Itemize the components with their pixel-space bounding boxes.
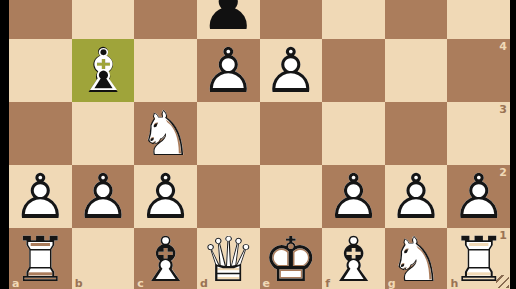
square-d2[interactable] [197,165,260,228]
square-h2[interactable]: ♟♙2 [447,165,510,228]
white-knight[interactable]: ♞♘ [385,228,448,289]
square-b5[interactable] [72,0,135,39]
file-label-g: g [388,278,396,289]
square-c4[interactable] [134,39,197,102]
chess-app-frame: ♟♝♗♟♙♟♙4♞♘3♟♙♟♙♟♙♟♙♟♙♟♙2♜♖ab♝♗c♛♕d♚♔e♝♗f… [0,0,516,289]
square-d3[interactable] [197,102,260,165]
white-pawn[interactable]: ♟♙ [447,165,510,228]
file-label-b: b [75,278,83,289]
square-a3[interactable] [9,102,72,165]
white-rook-glyph: ♜ [9,228,72,289]
white-pawn[interactable]: ♟♙ [72,165,135,228]
white-pawn-outline-glyph: ♙ [9,165,72,228]
file-label-e: e [263,278,270,289]
square-g1[interactable]: ♞♘g [385,228,448,289]
white-pawn-outline-glyph: ♙ [322,165,385,228]
rank-label-1: 1 [499,230,507,241]
square-f1[interactable]: ♝♗f [322,228,385,289]
black-pawn[interactable]: ♟ [197,0,260,39]
white-king-outline-glyph: ♔ [260,228,323,289]
rank-label-3: 3 [499,104,507,115]
white-rook-outline-glyph: ♖ [9,228,72,289]
white-pawn-outline-glyph: ♙ [197,39,260,102]
white-queen-glyph: ♛ [197,228,260,289]
white-bishop-outline-glyph: ♗ [134,228,197,289]
white-pawn-glyph: ♟ [322,165,385,228]
square-a1[interactable]: ♜♖a [9,228,72,289]
black-bishop[interactable]: ♝♗ [72,39,135,102]
square-g2[interactable]: ♟♙ [385,165,448,228]
chess-board: ♟♝♗♟♙♟♙4♞♘3♟♙♟♙♟♙♟♙♟♙♟♙2♜♖ab♝♗c♛♕d♚♔e♝♗f… [9,0,510,289]
square-e1[interactable]: ♚♔e [260,228,323,289]
square-c5[interactable] [134,0,197,39]
square-e3[interactable] [260,102,323,165]
white-queen[interactable]: ♛♕ [197,228,260,289]
white-knight-outline-glyph: ♘ [385,228,448,289]
file-label-c: c [137,278,144,289]
white-king[interactable]: ♚♔ [260,228,323,289]
white-pawn-outline-glyph: ♙ [447,165,510,228]
square-h4[interactable]: 4 [447,39,510,102]
black-bishop-glyph: ♝ [72,39,135,102]
white-pawn-glyph: ♟ [134,165,197,228]
white-pawn-glyph: ♟ [260,39,323,102]
white-pawn[interactable]: ♟♙ [9,165,72,228]
white-bishop-glyph: ♝ [134,228,197,289]
square-b1[interactable]: b [72,228,135,289]
white-knight-glyph: ♞ [134,102,197,165]
square-f5[interactable] [322,0,385,39]
square-h5[interactable] [447,0,510,39]
file-label-f: f [325,278,330,289]
rank-label-2: 2 [499,167,507,178]
square-d4[interactable]: ♟♙ [197,39,260,102]
square-a5[interactable] [9,0,72,39]
white-pawn[interactable]: ♟♙ [134,165,197,228]
file-label-d: d [200,278,208,289]
white-pawn-glyph: ♟ [197,39,260,102]
square-g5[interactable] [385,0,448,39]
rank-label-4: 4 [499,41,507,52]
white-rook[interactable]: ♜♖ [9,228,72,289]
white-queen-outline-glyph: ♕ [197,228,260,289]
white-pawn[interactable]: ♟♙ [385,165,448,228]
square-e5[interactable] [260,0,323,39]
white-pawn[interactable]: ♟♙ [197,39,260,102]
square-c3[interactable]: ♞♘ [134,102,197,165]
white-pawn-glyph: ♟ [385,165,448,228]
white-bishop-glyph: ♝ [322,228,385,289]
white-bishop-outline-glyph: ♗ [322,228,385,289]
square-c1[interactable]: ♝♗c [134,228,197,289]
white-knight-glyph: ♞ [385,228,448,289]
white-bishop[interactable]: ♝♗ [322,228,385,289]
file-label-a: a [12,278,19,289]
square-a4[interactable] [9,39,72,102]
board-resize-handle-icon[interactable] [496,275,509,288]
square-f2[interactable]: ♟♙ [322,165,385,228]
white-king-glyph: ♚ [260,228,323,289]
square-d5[interactable]: ♟ [197,0,260,39]
letterbox-left [0,0,9,289]
white-pawn-glyph: ♟ [9,165,72,228]
square-d1[interactable]: ♛♕d [197,228,260,289]
square-b4[interactable]: ♝♗ [72,39,135,102]
white-pawn[interactable]: ♟♙ [260,39,323,102]
square-g4[interactable] [385,39,448,102]
white-pawn-outline-glyph: ♙ [134,165,197,228]
white-bishop[interactable]: ♝♗ [134,228,197,289]
black-pawn-glyph: ♟ [197,0,260,39]
white-pawn-outline-glyph: ♙ [385,165,448,228]
white-pawn-outline-glyph: ♙ [72,165,135,228]
square-g3[interactable] [385,102,448,165]
square-f3[interactable] [322,102,385,165]
square-e2[interactable] [260,165,323,228]
square-f4[interactable] [322,39,385,102]
black-bishop-detail-glyph: ♗ [74,41,132,100]
white-pawn[interactable]: ♟♙ [322,165,385,228]
file-label-h: h [450,278,458,289]
white-pawn-glyph: ♟ [72,165,135,228]
square-e4[interactable]: ♟♙ [260,39,323,102]
white-knight[interactable]: ♞♘ [134,102,197,165]
square-c2[interactable]: ♟♙ [134,165,197,228]
white-pawn-outline-glyph: ♙ [260,39,323,102]
square-b2[interactable]: ♟♙ [72,165,135,228]
white-knight-outline-glyph: ♘ [134,102,197,165]
letterbox-right [510,0,516,289]
white-pawn-glyph: ♟ [447,165,510,228]
square-a2[interactable]: ♟♙ [9,165,72,228]
square-b3[interactable] [72,102,135,165]
square-h3[interactable]: 3 [447,102,510,165]
